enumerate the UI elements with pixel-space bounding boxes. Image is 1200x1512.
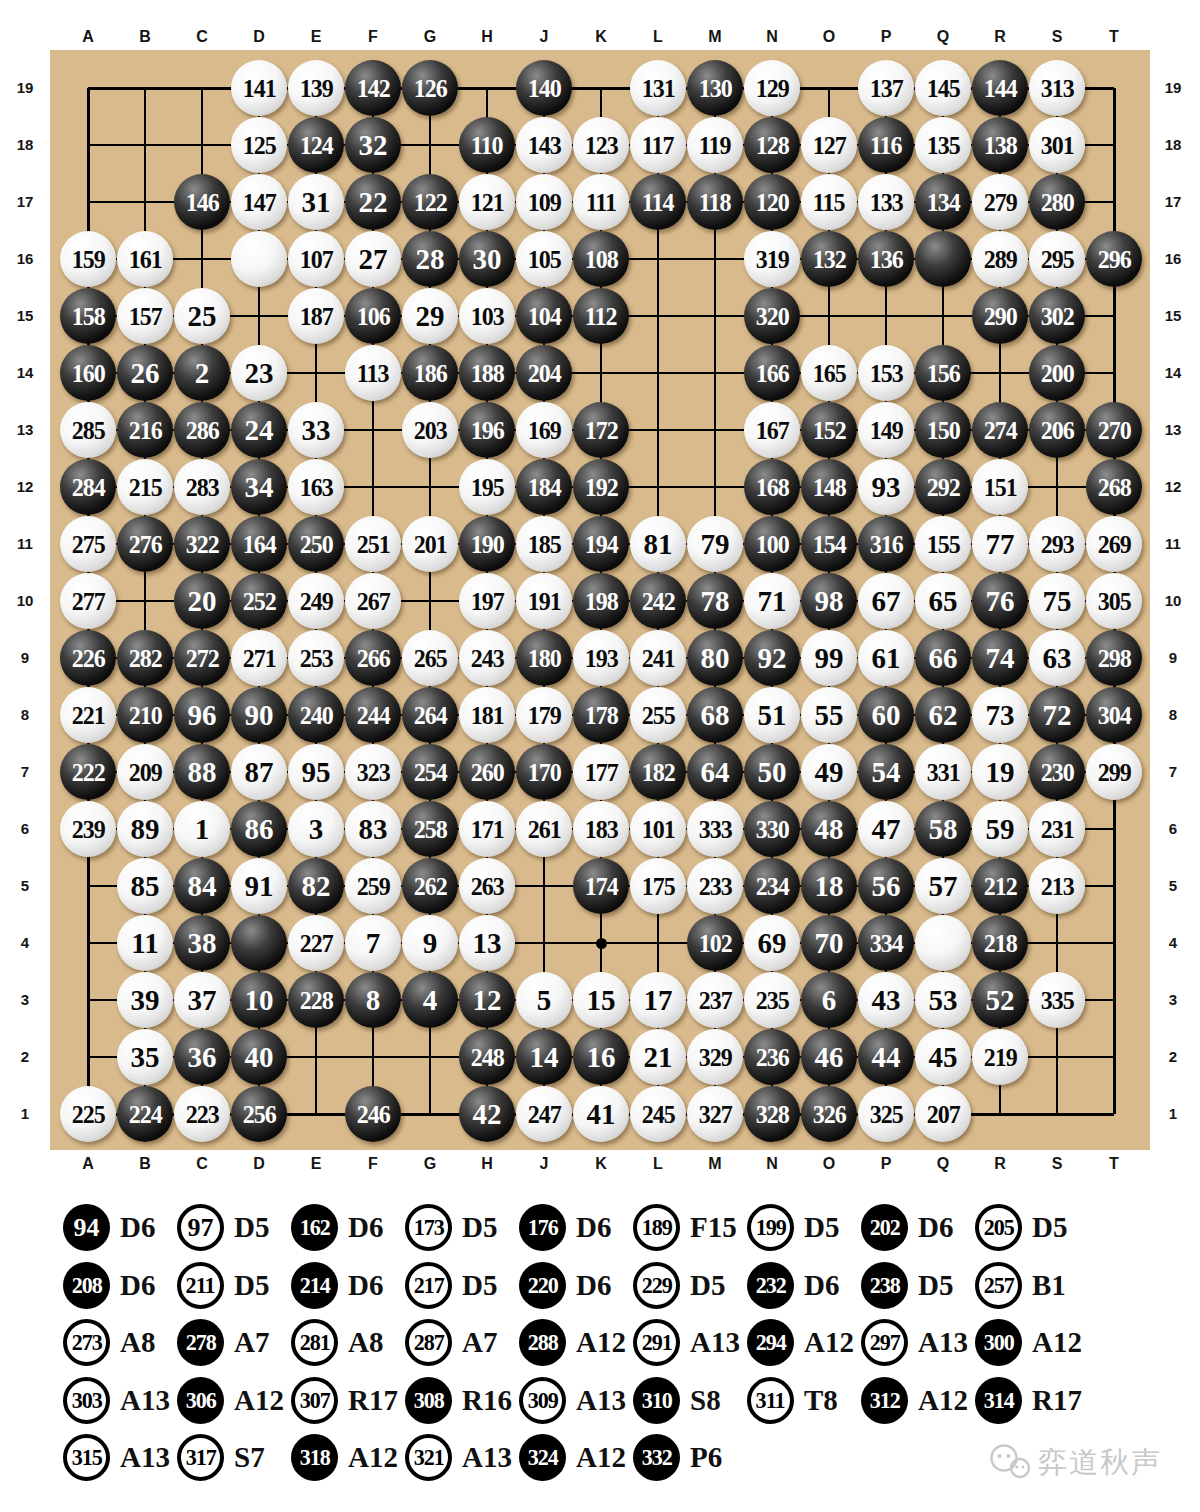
move-number: 52 [986, 986, 1015, 1015]
grid-line-vertical [1113, 117, 1116, 174]
grid-line-vertical [315, 1086, 317, 1115]
white-stone-setup-D16 [231, 231, 287, 287]
black-stone-move-196-H13: 196 [459, 402, 515, 458]
move-number: 89 [131, 815, 160, 844]
legend-point-label: R16 [462, 1384, 512, 1417]
move-number: 77 [986, 530, 1015, 559]
intersection-K3: 15 [573, 972, 630, 1029]
move-number: 43 [872, 986, 901, 1015]
col-label-bottom-T: T [1086, 1155, 1143, 1173]
black-stone-icon: 232 [747, 1262, 794, 1309]
move-number: 41 [587, 1100, 616, 1129]
white-stone-move-231-S6: 231 [1029, 801, 1085, 857]
move-number: 302 [1040, 304, 1073, 329]
intersection-P3: 43 [858, 972, 915, 1029]
white-stone-move-319-N16: 319 [744, 231, 800, 287]
move-number: 159 [71, 247, 104, 272]
move-number: 254 [413, 760, 446, 785]
grid-line-vertical [714, 402, 716, 459]
intersection-D5: 91 [231, 858, 288, 915]
intersection-T1 [1086, 1086, 1143, 1143]
white-stone-move-55-O8: 55 [801, 687, 857, 743]
col-label-bottom-R: R [972, 1155, 1029, 1173]
white-stone-move-103-H15: 103 [459, 288, 515, 344]
move-number: 8 [366, 986, 381, 1015]
move-number: 87 [245, 758, 274, 787]
white-stone-move-45-Q2: 45 [915, 1029, 971, 1085]
legend-move-number: 211 [186, 1274, 215, 1297]
intersection-H12: 195 [459, 459, 516, 516]
intersection-R15: 290 [972, 288, 1029, 345]
intersection-K12: 192 [573, 459, 630, 516]
move-number: 11 [131, 929, 158, 958]
intersection-D16 [231, 231, 288, 288]
black-stone-move-184-J12: 184 [516, 459, 572, 515]
white-stone-move-171-H6: 171 [459, 801, 515, 857]
intersection-D4 [231, 915, 288, 972]
row-label-left-1: 1 [8, 1105, 42, 1122]
intersection-N16: 319 [744, 231, 801, 288]
intersection-C19 [174, 60, 231, 117]
col-label-bottom-E: E [288, 1155, 345, 1173]
black-stone-move-36-C2: 36 [174, 1029, 230, 1085]
move-number: 149 [869, 418, 902, 443]
intersection-P13: 149 [858, 402, 915, 459]
grid-line-vertical [201, 117, 203, 174]
intersection-Q3: 53 [915, 972, 972, 1029]
move-number: 99 [815, 644, 844, 673]
intersection-J7: 170 [516, 744, 573, 801]
black-stone-move-302-S15: 302 [1029, 288, 1085, 344]
intersection-Q1: 207 [915, 1086, 972, 1143]
intersection-S4 [1029, 915, 1086, 972]
intersection-T6 [1086, 801, 1143, 858]
white-stone-icon: 321 [405, 1434, 452, 1481]
grid-line-vertical [429, 117, 431, 174]
grid-line-vertical [1113, 972, 1116, 1029]
legend-entry-move-257: 257B1 [962, 1262, 1076, 1309]
intersection-A10: 277 [60, 573, 117, 630]
grid-line-horizontal [1086, 828, 1115, 830]
legend-move-number: 318 [299, 1446, 329, 1469]
black-stone-move-212-R5: 212 [972, 858, 1028, 914]
move-number: 270 [1097, 418, 1130, 443]
intersection-R7: 19 [972, 744, 1029, 801]
white-stone-move-167-N13: 167 [744, 402, 800, 458]
move-number: 72 [1043, 701, 1072, 730]
intersection-E5: 82 [288, 858, 345, 915]
white-stone-move-25-C15: 25 [174, 288, 230, 344]
intersection-Q8: 62 [915, 687, 972, 744]
white-stone-move-207-Q1: 207 [915, 1086, 971, 1142]
legend-entry-move-97: 97D5 [164, 1204, 278, 1251]
white-stone-move-223-C1: 223 [174, 1086, 230, 1142]
move-number: 301 [1040, 133, 1073, 158]
intersection-M15 [687, 288, 744, 345]
move-number: 96 [188, 701, 217, 730]
black-stone-move-102-M4: 102 [687, 915, 743, 971]
black-stone-icon: 294 [747, 1319, 794, 1366]
white-stone-move-261-J6: 261 [516, 801, 572, 857]
legend-point-label: A12 [234, 1384, 284, 1417]
col-label-bottom-P: P [858, 1155, 915, 1173]
intersection-C14: 2 [174, 345, 231, 402]
move-number: 142 [356, 76, 389, 101]
intersection-H19 [459, 60, 516, 117]
move-number: 10 [245, 986, 274, 1015]
move-number: 110 [471, 133, 503, 158]
intersection-J19: 140 [516, 60, 573, 117]
intersection-D15 [231, 288, 288, 345]
black-stone-move-80-M9: 80 [687, 630, 743, 686]
intersection-O2: 46 [801, 1029, 858, 1086]
intersection-O3: 6 [801, 972, 858, 1029]
intersection-Q2: 45 [915, 1029, 972, 1086]
move-number: 102 [698, 931, 731, 956]
legend-point-label: F15 [690, 1211, 737, 1244]
legend-move-number: 217 [413, 1274, 443, 1297]
move-number: 191 [527, 589, 560, 614]
move-number: 78 [701, 587, 730, 616]
move-number: 247 [527, 1102, 560, 1127]
move-number: 158 [71, 304, 104, 329]
intersection-B15: 157 [117, 288, 174, 345]
move-number: 269 [1097, 532, 1130, 557]
move-number: 145 [926, 76, 959, 101]
legend-move-number: 311 [756, 1389, 785, 1412]
intersection-T4 [1086, 915, 1143, 972]
intersection-L11: 81 [630, 516, 687, 573]
move-number: 222 [71, 760, 104, 785]
black-stone-move-286-C13: 286 [174, 402, 230, 458]
move-number: 56 [872, 872, 901, 901]
white-stone-move-51-N8: 51 [744, 687, 800, 743]
move-number: 48 [815, 815, 844, 844]
row-label-right-10: 10 [1156, 592, 1190, 609]
legend-point-label: D5 [690, 1269, 725, 1302]
black-stone-setup-Q16 [915, 231, 971, 287]
black-stone-move-224-B1: 224 [117, 1086, 173, 1142]
black-stone-move-266-F9: 266 [345, 630, 401, 686]
white-stone-move-161-B16: 161 [117, 231, 173, 287]
white-stone-move-53-Q3: 53 [915, 972, 971, 1028]
black-stone-move-248-H2: 248 [459, 1029, 515, 1085]
intersection-G2 [402, 1029, 459, 1086]
black-stone-icon: 278 [177, 1319, 224, 1366]
row-label-right-5: 5 [1156, 877, 1190, 894]
white-stone-move-147-D17: 147 [231, 174, 287, 230]
black-stone-move-26-B14: 26 [117, 345, 173, 401]
legend-entry-move-297: 297A13 [848, 1319, 962, 1366]
white-stone-move-39-B3: 39 [117, 972, 173, 1028]
black-stone-move-14-J2: 14 [516, 1029, 572, 1085]
legend-entry-move-189: 189F15 [620, 1204, 734, 1251]
white-stone-move-181-H8: 181 [459, 687, 515, 743]
intersection-S7: 230 [1029, 744, 1086, 801]
intersection-G19: 126 [402, 60, 459, 117]
move-number: 246 [356, 1102, 389, 1127]
intersection-P11: 316 [858, 516, 915, 573]
move-number: 68 [701, 701, 730, 730]
grid-line-vertical [714, 231, 716, 288]
move-number: 90 [245, 701, 274, 730]
intersection-T9: 298 [1086, 630, 1143, 687]
move-number: 9 [423, 929, 438, 958]
white-stone-move-195-H12: 195 [459, 459, 515, 515]
grid-line-vertical [87, 117, 90, 174]
move-number: 285 [71, 418, 104, 443]
intersection-D2: 40 [231, 1029, 288, 1086]
legend-entry-move-300: 300A12 [962, 1319, 1076, 1366]
move-number: 169 [527, 418, 560, 443]
intersection-H15: 103 [459, 288, 516, 345]
black-stone-move-228-E3: 228 [288, 972, 344, 1028]
move-number: 316 [869, 532, 902, 557]
legend-move-number: 306 [185, 1389, 215, 1412]
grid-line-vertical [87, 858, 90, 915]
intersection-C7: 88 [174, 744, 231, 801]
intersection-A14: 160 [60, 345, 117, 402]
row-label-left-5: 5 [8, 877, 42, 894]
black-stone-move-316-P11: 316 [858, 516, 914, 572]
intersection-J10: 191 [516, 573, 573, 630]
move-number: 123 [584, 133, 617, 158]
move-number: 115 [813, 190, 845, 215]
col-label-top-J: J [516, 28, 573, 46]
black-stone-move-166-N14: 166 [744, 345, 800, 401]
move-number: 242 [641, 589, 674, 614]
intersection-Q5: 57 [915, 858, 972, 915]
intersection-R19: 144 [972, 60, 1029, 117]
white-stone-move-285-A13: 285 [60, 402, 116, 458]
move-number: 168 [755, 475, 788, 500]
white-stone-move-77-R11: 77 [972, 516, 1028, 572]
black-stone-move-66-Q9: 66 [915, 630, 971, 686]
black-stone-move-142-F19: 142 [345, 60, 401, 116]
intersection-H14: 188 [459, 345, 516, 402]
intersection-G10 [402, 573, 459, 630]
move-number: 329 [698, 1045, 731, 1070]
intersection-Q19: 145 [915, 60, 972, 117]
legend-move-number: 162 [299, 1216, 329, 1239]
black-stone-move-76-R10: 76 [972, 573, 1028, 629]
intersection-H13: 196 [459, 402, 516, 459]
move-number: 62 [929, 701, 958, 730]
intersection-J17: 109 [516, 174, 573, 231]
intersection-Q14: 156 [915, 345, 972, 402]
grid-line-horizontal [1086, 999, 1115, 1001]
move-number: 181 [470, 703, 503, 728]
white-stone-move-135-Q18: 135 [915, 117, 971, 173]
move-number: 74 [986, 644, 1015, 673]
white-stone-move-71-N10: 71 [744, 573, 800, 629]
grid-line-vertical [1113, 288, 1116, 345]
intersection-E15: 187 [288, 288, 345, 345]
intersection-O6: 48 [801, 801, 858, 858]
intersection-H17: 121 [459, 174, 516, 231]
black-stone-move-140-J19: 140 [516, 60, 572, 116]
move-number: 5 [537, 986, 552, 1015]
white-stone-move-157-B15: 157 [117, 288, 173, 344]
intersection-M6: 333 [687, 801, 744, 858]
grid-line-vertical [429, 573, 431, 630]
move-number: 6 [822, 986, 837, 1015]
grid-line-horizontal [1086, 1113, 1115, 1116]
intersection-H3: 12 [459, 972, 516, 1029]
white-stone-move-243-H9: 243 [459, 630, 515, 686]
black-stone-move-42-H1: 42 [459, 1086, 515, 1142]
move-number: 209 [128, 760, 161, 785]
move-number: 333 [698, 817, 731, 842]
intersection-B7: 209 [117, 744, 174, 801]
move-number: 141 [242, 76, 275, 101]
intersection-C8: 96 [174, 687, 231, 744]
move-number: 185 [527, 532, 560, 557]
legend-entry-move-321: 321A13 [392, 1434, 506, 1481]
move-number: 283 [185, 475, 218, 500]
move-number: 35 [131, 1043, 160, 1072]
intersection-K7: 177 [573, 744, 630, 801]
intersection-E10: 249 [288, 573, 345, 630]
intersection-K14 [573, 345, 630, 402]
intersection-J6: 261 [516, 801, 573, 858]
intersection-N14: 166 [744, 345, 801, 402]
white-stone-move-177-K7: 177 [573, 744, 629, 800]
legend-move-number: 97 [188, 1215, 214, 1241]
white-stone-move-145-Q19: 145 [915, 60, 971, 116]
black-stone-move-284-A12: 284 [60, 459, 116, 515]
legend-move-number: 291 [641, 1331, 671, 1354]
intersection-Q17: 134 [915, 174, 972, 231]
intersection-D9: 271 [231, 630, 288, 687]
intersection-R9: 74 [972, 630, 1029, 687]
white-stone-icon: 307 [291, 1377, 338, 1424]
row-label-right-2: 2 [1156, 1048, 1190, 1065]
move-number: 65 [929, 587, 958, 616]
white-stone-move-289-R16: 289 [972, 231, 1028, 287]
intersection-J11: 185 [516, 516, 573, 573]
intersection-B13: 216 [117, 402, 174, 459]
move-number: 73 [986, 701, 1015, 730]
intersection-F3: 8 [345, 972, 402, 1029]
intersection-M19: 130 [687, 60, 744, 117]
white-stone-move-179-J8: 179 [516, 687, 572, 743]
intersection-R10: 76 [972, 573, 1029, 630]
move-number: 195 [470, 475, 503, 500]
intersection-S13: 206 [1029, 402, 1086, 459]
white-stone-icon: 311 [747, 1377, 794, 1424]
move-number: 109 [527, 190, 560, 215]
intersection-Q13: 150 [915, 402, 972, 459]
grid-line-vertical [315, 345, 317, 402]
intersection-P8: 60 [858, 687, 915, 744]
col-label-top-Q: Q [915, 28, 972, 46]
row-label-right-7: 7 [1156, 763, 1190, 780]
intersection-B19 [117, 60, 174, 117]
black-stone-move-38-C4: 38 [174, 915, 230, 971]
black-stone-move-104-J15: 104 [516, 288, 572, 344]
intersection-F9: 266 [345, 630, 402, 687]
move-number: 49 [815, 758, 844, 787]
intersection-G11: 201 [402, 516, 459, 573]
grid-line-vertical [1113, 88, 1116, 117]
intersection-C3: 37 [174, 972, 231, 1029]
black-stone-move-18-O5: 18 [801, 858, 857, 914]
white-stone-move-265-G9: 265 [402, 630, 458, 686]
black-stone-move-4-G3: 4 [402, 972, 458, 1028]
move-number: 161 [128, 247, 161, 272]
watermark-logo-icon [988, 1443, 1032, 1483]
white-stone-move-95-E7: 95 [288, 744, 344, 800]
row-label-right-17: 17 [1156, 193, 1190, 210]
move-number: 44 [872, 1043, 901, 1072]
black-stone-move-290-R15: 290 [972, 288, 1028, 344]
intersection-B3: 39 [117, 972, 174, 1029]
grid-line-horizontal [1086, 372, 1115, 374]
legend-point-label: D6 [348, 1211, 383, 1244]
intersection-P17: 133 [858, 174, 915, 231]
black-stone-move-188-H14: 188 [459, 345, 515, 401]
move-number: 20 [188, 587, 217, 616]
move-number: 320 [755, 304, 788, 329]
white-stone-icon: 97 [177, 1204, 224, 1251]
move-number: 140 [527, 76, 560, 101]
intersection-D1: 256 [231, 1086, 288, 1143]
intersection-E9: 253 [288, 630, 345, 687]
move-number: 266 [356, 646, 389, 671]
intersection-A8: 221 [60, 687, 117, 744]
black-stone-move-84-C5: 84 [174, 858, 230, 914]
intersection-S17: 280 [1029, 174, 1086, 231]
move-number: 45 [929, 1043, 958, 1072]
col-label-top-A: A [60, 28, 117, 46]
intersection-R6: 59 [972, 801, 1029, 858]
watermark-text: 弈道秋声 [1038, 1443, 1162, 1483]
move-number: 63 [1043, 644, 1072, 673]
white-stone-move-65-Q10: 65 [915, 573, 971, 629]
move-number: 252 [242, 589, 275, 614]
intersection-N15: 320 [744, 288, 801, 345]
intersection-C10: 20 [174, 573, 231, 630]
move-number: 126 [413, 76, 446, 101]
intersection-Q11: 155 [915, 516, 972, 573]
legend-entry-move-173: 173D5 [392, 1204, 506, 1251]
move-number: 23 [245, 359, 274, 388]
black-stone-move-112-K15: 112 [573, 288, 629, 344]
move-number: 170 [527, 760, 560, 785]
move-number: 135 [926, 133, 959, 158]
row-label-left-7: 7 [8, 763, 42, 780]
intersection-L2: 21 [630, 1029, 687, 1086]
intersection-N12: 168 [744, 459, 801, 516]
move-number: 275 [71, 532, 104, 557]
legend-move-number: 257 [983, 1274, 1013, 1297]
black-stone-move-40-D2: 40 [231, 1029, 287, 1085]
black-stone-move-96-C8: 96 [174, 687, 230, 743]
black-stone-move-226-A9: 226 [60, 630, 116, 686]
grid-line-horizontal [1086, 201, 1115, 203]
intersection-T16: 296 [1086, 231, 1143, 288]
intersection-H7: 260 [459, 744, 516, 801]
legend-move-number: 310 [641, 1389, 671, 1412]
white-stone-move-9-G4: 9 [402, 915, 458, 971]
grid-line-vertical [543, 858, 545, 915]
kifu-page: ABCDEFGHJKLMNOPQRST ABCDEFGHJKLMNOPQRST … [0, 0, 1200, 1512]
move-number: 225 [71, 1102, 104, 1127]
row-label-right-6: 6 [1156, 820, 1190, 837]
grid-line-horizontal [1086, 1056, 1115, 1058]
watermark: 弈道秋声 [988, 1443, 1162, 1483]
